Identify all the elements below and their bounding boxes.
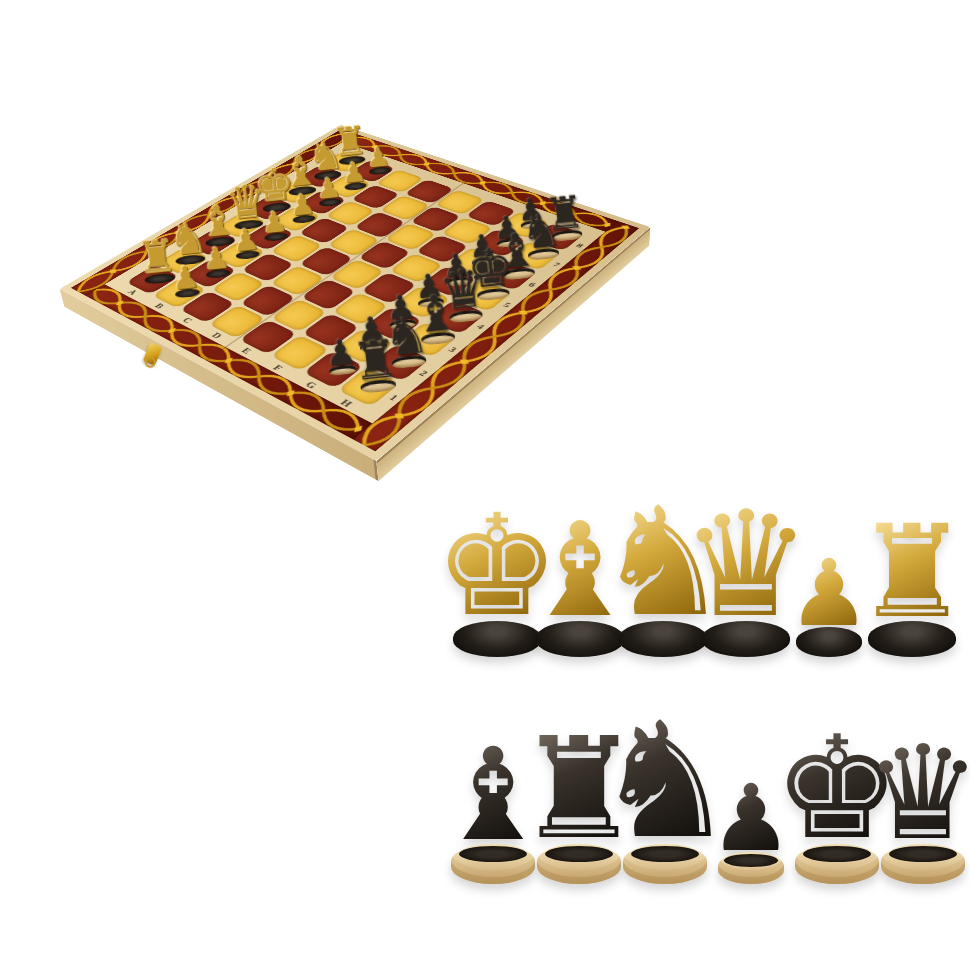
figurine-gold-rook: ♜ bbox=[871, 513, 953, 657]
photo-canvas: ABCDEFGH 12345678 ♜♞♝♛♚♝♞♜♟♟♟♟♟♟♟♟♟♟♟♟♟♟… bbox=[0, 0, 970, 970]
col-label-4: 4 bbox=[474, 322, 487, 331]
row-label-D: D bbox=[209, 331, 224, 340]
row-label-F: F bbox=[271, 362, 286, 372]
figurine-row-dark: ♝♜♞♟♚♛ bbox=[452, 666, 964, 884]
row-label-H: H bbox=[338, 397, 355, 408]
piece-dark-rook-H1[interactable]: ♜ bbox=[341, 333, 412, 396]
figurine-base bbox=[796, 627, 862, 657]
figurine-gold-queen: ♛ bbox=[705, 497, 787, 657]
piece-gold-pawn-B1[interactable]: ♟ bbox=[156, 261, 217, 300]
figurine-base bbox=[702, 621, 790, 657]
row-label-B: B bbox=[152, 302, 166, 311]
board-scene: ABCDEFGH 12345678 ♜♞♝♛♚♝♞♜♟♟♟♟♟♟♟♟♟♟♟♟♟♟… bbox=[124, 27, 586, 489]
row-label-A: A bbox=[126, 288, 141, 296]
figurine-base bbox=[868, 621, 956, 657]
col-label-7: 7 bbox=[550, 261, 562, 268]
col-label-5: 5 bbox=[500, 301, 512, 309]
col-label-3: 3 bbox=[446, 345, 459, 354]
figurine-base bbox=[623, 844, 707, 884]
board-3d: ABCDEFGH 12345678 ♜♞♝♛♚♝♞♜♟♟♟♟♟♟♟♟♟♟♟♟♟♟… bbox=[60, 125, 651, 461]
figurine-row-gold: ♚♝♞♛♟♜ bbox=[456, 455, 953, 657]
col-label-8: 8 bbox=[574, 242, 585, 249]
row-label-G: G bbox=[304, 379, 321, 390]
figurine-glyph: ♜ bbox=[855, 513, 970, 631]
row-label-C: C bbox=[180, 316, 195, 325]
piece-glyph: ♜ bbox=[350, 334, 401, 388]
col-label-6: 6 bbox=[526, 280, 538, 288]
col-label-1: 1 bbox=[386, 393, 400, 403]
row-label-E: E bbox=[239, 346, 254, 356]
figurine-glyph: ♛ bbox=[865, 734, 970, 854]
figurine-dark-knight: ♞ bbox=[624, 707, 706, 884]
figurine-base bbox=[881, 844, 965, 884]
figurine-dark-queen: ♛ bbox=[882, 734, 964, 884]
col-label-2: 2 bbox=[417, 368, 431, 377]
